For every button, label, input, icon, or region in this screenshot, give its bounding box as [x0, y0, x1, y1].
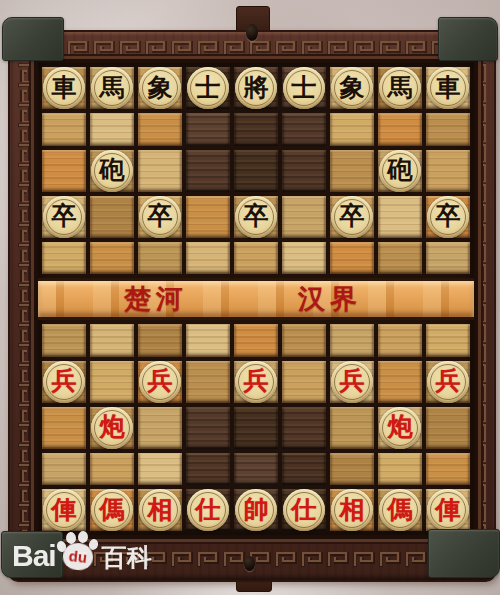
piece-glyph: 傌 [388, 497, 413, 522]
board-cell[interactable]: 卒 [138, 196, 182, 238]
piece-black-cannon[interactable]: 砲 [379, 150, 421, 192]
piece-black-soldier[interactable]: 卒 [139, 196, 181, 238]
board-cell[interactable]: 兵 [426, 361, 470, 403]
board-cell[interactable] [138, 113, 182, 146]
board-cell[interactable] [282, 113, 326, 146]
board-cell[interactable] [330, 407, 374, 449]
river-label-right: 汉界 [298, 281, 362, 317]
piece-black-soldier[interactable]: 卒 [235, 196, 277, 238]
piece-glyph: 卒 [148, 203, 173, 228]
piece-glyph: 卒 [340, 203, 365, 228]
board-frame: 車馬象士將士象馬車砲砲卒卒卒卒卒楚河汉界兵兵兵兵兵炮炮俥傌相仕帥仕相傌俥 [8, 30, 496, 582]
piece-glyph: 兵 [340, 368, 365, 393]
piece-glyph: 俥 [52, 497, 77, 522]
board-cell[interactable] [138, 407, 182, 449]
board-cell[interactable] [234, 150, 278, 192]
board-cell[interactable] [138, 242, 182, 275]
board-cell[interactable]: 仕 [282, 489, 326, 531]
piece-glyph: 將 [244, 75, 269, 100]
piece-glyph: 砲 [100, 157, 125, 182]
piece-red-elephant[interactable]: 相 [331, 489, 373, 531]
piece-glyph: 相 [148, 497, 173, 522]
piece-black-soldier[interactable]: 卒 [427, 196, 469, 238]
board-cell[interactable] [282, 407, 326, 449]
board-cell[interactable] [186, 113, 230, 146]
piece-black-cannon[interactable]: 砲 [91, 150, 133, 192]
board-cell[interactable] [42, 242, 86, 275]
background: 車馬象士將士象馬車砲砲卒卒卒卒卒楚河汉界兵兵兵兵兵炮炮俥傌相仕帥仕相傌俥 Bai… [0, 0, 500, 595]
board-cell[interactable] [234, 324, 278, 357]
piece-red-chariot[interactable]: 俥 [427, 489, 469, 531]
piece-red-cannon[interactable]: 炮 [379, 407, 421, 449]
watermark-bai-text: Bai [12, 539, 56, 572]
piece-glyph: 帥 [244, 497, 269, 522]
board-cell[interactable]: 馬 [378, 67, 422, 109]
piece-black-advisor[interactable]: 士 [283, 67, 325, 109]
board-cell[interactable] [42, 453, 86, 486]
board-cell[interactable] [186, 407, 230, 449]
river-banner: 楚河汉界 [38, 278, 474, 320]
board-cell[interactable] [282, 242, 326, 275]
board-cell[interactable]: 相 [138, 489, 182, 531]
piece-glyph: 炮 [100, 414, 125, 439]
board-cell[interactable] [186, 242, 230, 275]
piece-red-horse[interactable]: 傌 [91, 489, 133, 531]
board-cell[interactable] [282, 453, 326, 486]
piece-glyph: 象 [340, 75, 365, 100]
piece-black-chariot[interactable]: 車 [43, 67, 85, 109]
board-cell[interactable] [330, 113, 374, 146]
board-cell[interactable] [234, 407, 278, 449]
baidu-paw-icon: du [56, 530, 100, 572]
piece-glyph: 象 [148, 75, 173, 100]
board-cell[interactable]: 傌 [378, 489, 422, 531]
board-cell[interactable] [234, 453, 278, 486]
piece-red-advisor[interactable]: 仕 [187, 489, 229, 531]
piece-glyph: 卒 [244, 203, 269, 228]
board-cell[interactable]: 卒 [426, 196, 470, 238]
board-cell[interactable] [378, 242, 422, 275]
board-cell[interactable] [330, 242, 374, 275]
piece-red-soldier[interactable]: 兵 [331, 361, 373, 403]
board-cell[interactable]: 俥 [426, 489, 470, 531]
piece-black-soldier[interactable]: 卒 [43, 196, 85, 238]
piece-black-horse[interactable]: 馬 [379, 67, 421, 109]
baidu-baike-watermark: Bai du 百科 [12, 530, 152, 572]
board-cell[interactable]: 俥 [42, 489, 86, 531]
board-cell[interactable] [138, 453, 182, 486]
piece-glyph: 卒 [52, 203, 77, 228]
piece-glyph: 車 [52, 75, 77, 100]
board-cell[interactable]: 炮 [90, 407, 134, 449]
board-cell[interactable] [282, 324, 326, 357]
board-cell[interactable] [330, 324, 374, 357]
board-cell[interactable] [186, 324, 230, 357]
board-cell[interactable] [378, 361, 422, 403]
board-cell[interactable] [378, 324, 422, 357]
board-cell[interactable] [378, 196, 422, 238]
piece-glyph: 士 [196, 75, 221, 100]
board-cell[interactable] [234, 113, 278, 146]
piece-red-horse[interactable]: 傌 [379, 489, 421, 531]
board-cell[interactable] [426, 453, 470, 486]
board-cell[interactable]: 兵 [42, 361, 86, 403]
board-cell[interactable] [186, 453, 230, 486]
piece-black-elephant[interactable]: 象 [139, 67, 181, 109]
board-cell[interactable] [90, 113, 134, 146]
piece-black-soldier[interactable]: 卒 [331, 196, 373, 238]
piece-glyph: 兵 [244, 368, 269, 393]
board-cell[interactable] [90, 361, 134, 403]
board-cell[interactable] [426, 150, 470, 192]
bottom-clasp-pin-icon [244, 556, 255, 571]
piece-red-chariot[interactable]: 俥 [43, 489, 85, 531]
piece-glyph: 兵 [52, 368, 77, 393]
piece-red-general[interactable]: 帥 [235, 489, 277, 531]
board-cell[interactable] [282, 196, 326, 238]
board-cell[interactable] [42, 324, 86, 357]
piece-black-horse[interactable]: 馬 [91, 67, 133, 109]
board-cell[interactable] [186, 150, 230, 192]
board-cell[interactable]: 仕 [186, 489, 230, 531]
piece-glyph: 馬 [388, 75, 413, 100]
piece-glyph: 卒 [436, 203, 461, 228]
piece-red-cannon[interactable]: 炮 [91, 407, 133, 449]
piece-glyph: 相 [340, 497, 365, 522]
piece-glyph: 馬 [100, 75, 125, 100]
board-cell[interactable]: 傌 [90, 489, 134, 531]
board-cell[interactable] [330, 453, 374, 486]
board-cell[interactable] [426, 113, 470, 146]
piece-black-advisor[interactable]: 士 [187, 67, 229, 109]
piece-red-soldier[interactable]: 兵 [43, 361, 85, 403]
piece-glyph: 砲 [388, 157, 413, 182]
board-cell[interactable]: 相 [330, 489, 374, 531]
piece-glyph: 仕 [196, 497, 221, 522]
board-cell[interactable]: 馬 [90, 67, 134, 109]
board-cell[interactable] [378, 453, 422, 486]
piece-glyph: 兵 [436, 368, 461, 393]
board-cell[interactable]: 兵 [138, 361, 182, 403]
board-cell[interactable] [282, 361, 326, 403]
board-cell[interactable] [330, 150, 374, 192]
metal-corner-bracket-top-left [2, 17, 64, 61]
board-cell[interactable]: 砲 [90, 150, 134, 192]
board-cell[interactable]: 卒 [330, 196, 374, 238]
piece-black-general[interactable]: 將 [235, 67, 277, 109]
board-cell[interactable]: 炮 [378, 407, 422, 449]
board-cell[interactable]: 兵 [234, 361, 278, 403]
board-cell[interactable] [138, 324, 182, 357]
piece-glyph: 仕 [292, 497, 317, 522]
metal-corner-bracket-bottom-right [428, 529, 500, 578]
board-cell[interactable] [90, 453, 134, 486]
board-cell[interactable]: 將 [234, 67, 278, 109]
board-cell[interactable] [138, 150, 182, 192]
board-cell[interactable] [234, 242, 278, 275]
board-cell[interactable] [426, 242, 470, 275]
board-cell[interactable]: 象 [330, 67, 374, 109]
board-cell[interactable] [186, 361, 230, 403]
board-cell[interactable]: 卒 [234, 196, 278, 238]
metal-corner-bracket-top-right [438, 17, 498, 61]
piece-glyph: 士 [292, 75, 317, 100]
piece-red-soldier[interactable]: 兵 [427, 361, 469, 403]
board-cell[interactable]: 車 [42, 67, 86, 109]
watermark-du-text: du [68, 547, 88, 566]
top-clasp-pin-icon [246, 24, 258, 41]
piece-glyph: 俥 [436, 497, 461, 522]
river-label-left: 楚河 [124, 281, 188, 317]
board-cell[interactable] [42, 113, 86, 146]
board-cell[interactable]: 卒 [42, 196, 86, 238]
board-cell[interactable]: 帥 [234, 489, 278, 531]
piece-red-soldier[interactable]: 兵 [139, 361, 181, 403]
board-cell[interactable]: 兵 [330, 361, 374, 403]
board-cell[interactable] [186, 196, 230, 238]
piece-glyph: 兵 [148, 368, 173, 393]
piece-red-advisor[interactable]: 仕 [283, 489, 325, 531]
piece-black-elephant[interactable]: 象 [331, 67, 373, 109]
xiangqi-board: 車馬象士將士象馬車砲砲卒卒卒卒卒楚河汉界兵兵兵兵兵炮炮俥傌相仕帥仕相傌俥 [38, 63, 474, 535]
board-cell[interactable]: 士 [282, 67, 326, 109]
board-cell[interactable] [90, 242, 134, 275]
board-cell[interactable] [426, 407, 470, 449]
piece-glyph: 炮 [388, 414, 413, 439]
meander-carving-top [40, 38, 464, 58]
board-cell[interactable]: 砲 [378, 150, 422, 192]
board-cell[interactable] [426, 324, 470, 357]
piece-red-soldier[interactable]: 兵 [235, 361, 277, 403]
board-cell[interactable] [42, 150, 86, 192]
board-cell[interactable] [282, 150, 326, 192]
piece-black-chariot[interactable]: 車 [427, 67, 469, 109]
board-cell[interactable] [378, 113, 422, 146]
meander-carving-left [15, 62, 35, 538]
board-cell[interactable] [42, 407, 86, 449]
board-cell[interactable] [90, 324, 134, 357]
watermark-baike-text: 百科 [102, 542, 152, 572]
piece-glyph: 傌 [100, 497, 125, 522]
board-cell[interactable]: 象 [138, 67, 182, 109]
piece-red-elephant[interactable]: 相 [139, 489, 181, 531]
board-cell[interactable]: 士 [186, 67, 230, 109]
piece-glyph: 車 [436, 75, 461, 100]
board-cell[interactable]: 車 [426, 67, 470, 109]
board-cell[interactable] [90, 196, 134, 238]
